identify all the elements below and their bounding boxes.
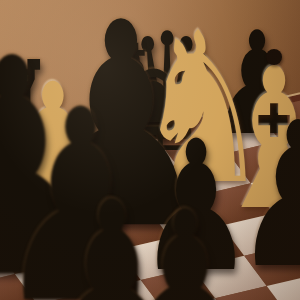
white-bishop-finial — [266, 49, 282, 65]
chess-photo-scene: ♜♟♝♚♛♞♟♝♟♟♟♟♟♟♟ — [0, 0, 300, 300]
black-pawn-e1[interactable]: ♟ — [113, 185, 257, 300]
